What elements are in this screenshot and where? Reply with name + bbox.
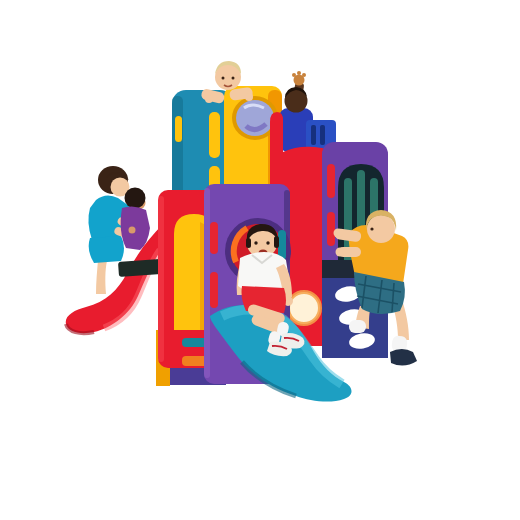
front-tower-sheen (158, 196, 164, 362)
climber-hand-2 (336, 248, 345, 257)
blue-railing-slot-2 (320, 125, 325, 145)
toddler-hair (125, 188, 146, 209)
blue-railing-slot-1 (311, 125, 316, 145)
baby-right-eye (232, 77, 235, 80)
slider-right-eye (266, 241, 269, 244)
teal-tower-slot-3 (175, 116, 182, 142)
woman-dress-skirt (89, 236, 124, 263)
playground-scene (0, 0, 520, 520)
front-purple-slot-1 (210, 222, 218, 254)
baby-left-eye (222, 77, 225, 80)
waving-child-finger-1 (292, 73, 296, 77)
woman-leg (96, 260, 107, 294)
slider-hair-side-2 (274, 236, 279, 248)
teal-tower-slot-1 (209, 112, 220, 158)
playground-photo (0, 0, 520, 520)
baby-right-hand (245, 93, 253, 101)
climber-front-sock (349, 320, 366, 333)
front-purple-slot-2 (210, 272, 218, 308)
toddler-hand (129, 227, 136, 234)
baby-left-hand (205, 95, 213, 103)
front-purple-sheen (204, 188, 210, 378)
climber-eye (370, 227, 373, 230)
slider-hair-side-1 (246, 238, 251, 248)
waving-child-finger-3 (302, 73, 306, 77)
waving-child-finger-2 (297, 71, 301, 75)
slider-left-eye (254, 241, 257, 244)
arch-tower-handle-slot-2 (327, 212, 335, 246)
arch-tower-handle-slot-1 (327, 164, 335, 198)
climber-hand-1 (334, 229, 343, 238)
